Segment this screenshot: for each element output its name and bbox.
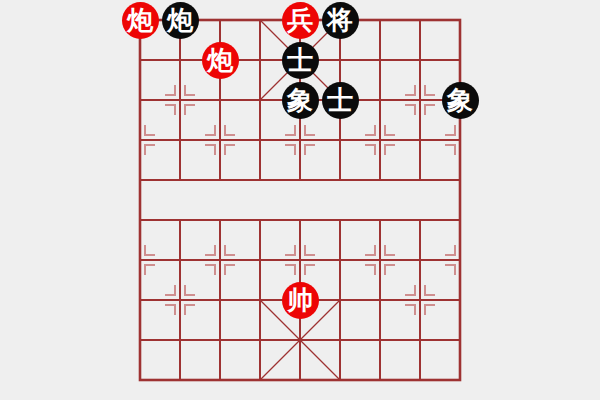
piece-black-elephant[interactable]: 象: [282, 82, 319, 119]
piece-black-cannon[interactable]: 炮: [162, 2, 199, 39]
piece-red-cannon[interactable]: 炮: [202, 42, 239, 79]
piece-red-soldier[interactable]: 兵: [282, 2, 319, 39]
piece-black-advisor[interactable]: 士: [282, 42, 319, 79]
xiangqi-board: 炮炮兵将炮士象士象帅: [0, 0, 600, 400]
piece-red-general[interactable]: 帅: [282, 282, 319, 319]
piece-red-cannon[interactable]: 炮: [122, 2, 159, 39]
piece-grid: 炮炮兵将炮士象士象帅: [120, 0, 480, 400]
piece-black-elephant[interactable]: 象: [442, 82, 479, 119]
piece-black-general[interactable]: 将: [322, 2, 359, 39]
piece-black-advisor[interactable]: 士: [322, 82, 359, 119]
